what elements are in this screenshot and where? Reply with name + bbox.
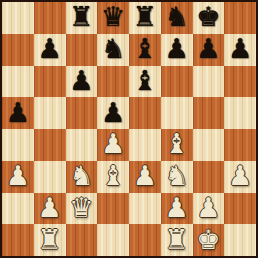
white-pawn-icon[interactable]: ♟ [165, 194, 189, 221]
square-f6[interactable] [161, 66, 193, 98]
square-h5[interactable] [224, 97, 256, 129]
square-b7[interactable]: ♟ [34, 34, 66, 66]
black-pawn-icon[interactable]: ♟ [69, 67, 93, 94]
square-d8[interactable]: ♛ [97, 2, 129, 34]
square-c5[interactable] [66, 97, 98, 129]
black-pawn-icon[interactable]: ♟ [38, 35, 62, 62]
white-bishop-icon[interactable]: ♝ [101, 162, 125, 189]
square-a5[interactable]: ♟ [2, 97, 34, 129]
square-d3[interactable]: ♝ [97, 161, 129, 193]
black-bishop-icon[interactable]: ♝ [133, 35, 157, 62]
square-g2[interactable]: ♟ [193, 193, 225, 225]
square-b5[interactable] [34, 97, 66, 129]
square-h8[interactable] [224, 2, 256, 34]
square-g7[interactable]: ♟ [193, 34, 225, 66]
square-e4[interactable] [129, 129, 161, 161]
square-e7[interactable]: ♝ [129, 34, 161, 66]
square-b4[interactable] [34, 129, 66, 161]
square-g6[interactable] [193, 66, 225, 98]
square-b8[interactable] [34, 2, 66, 34]
square-b1[interactable]: ♜ [34, 224, 66, 256]
square-c7[interactable] [66, 34, 98, 66]
square-g3[interactable] [193, 161, 225, 193]
square-h2[interactable] [224, 193, 256, 225]
white-queen-icon[interactable]: ♛ [69, 194, 93, 221]
square-f4[interactable]: ♝ [161, 129, 193, 161]
square-c6[interactable]: ♟ [66, 66, 98, 98]
square-e5[interactable] [129, 97, 161, 129]
white-pawn-icon[interactable]: ♟ [101, 130, 125, 157]
black-pawn-icon[interactable]: ♟ [101, 99, 125, 126]
black-queen-icon[interactable]: ♛ [101, 3, 125, 30]
white-knight-icon[interactable]: ♞ [165, 162, 189, 189]
square-g4[interactable] [193, 129, 225, 161]
black-pawn-icon[interactable]: ♟ [196, 35, 220, 62]
square-c2[interactable]: ♛ [66, 193, 98, 225]
square-f2[interactable]: ♟ [161, 193, 193, 225]
white-pawn-icon[interactable]: ♟ [228, 162, 252, 189]
square-a6[interactable] [2, 66, 34, 98]
square-d4[interactable]: ♟ [97, 129, 129, 161]
square-e6[interactable]: ♝ [129, 66, 161, 98]
square-d6[interactable] [97, 66, 129, 98]
square-h3[interactable]: ♟ [224, 161, 256, 193]
black-rook-icon[interactable]: ♜ [69, 3, 93, 30]
black-king-icon[interactable]: ♚ [196, 3, 220, 30]
square-e8[interactable]: ♜ [129, 2, 161, 34]
black-rook-icon[interactable]: ♜ [133, 3, 157, 30]
square-c4[interactable] [66, 129, 98, 161]
square-b6[interactable] [34, 66, 66, 98]
chess-board-frame: ♜♛♜♞♚♟♞♝♟♟♟♟♝♟♟♟♝♟♞♝♟♞♟♟♛♟♟♜♜♚ [0, 0, 258, 258]
square-h4[interactable] [224, 129, 256, 161]
white-rook-icon[interactable]: ♜ [165, 226, 189, 253]
white-knight-icon[interactable]: ♞ [69, 162, 93, 189]
chess-board: ♜♛♜♞♚♟♞♝♟♟♟♟♝♟♟♟♝♟♞♝♟♞♟♟♛♟♟♜♜♚ [2, 2, 256, 256]
black-knight-icon[interactable]: ♞ [101, 35, 125, 62]
square-f8[interactable]: ♞ [161, 2, 193, 34]
square-f5[interactable] [161, 97, 193, 129]
square-a7[interactable] [2, 34, 34, 66]
square-c1[interactable] [66, 224, 98, 256]
square-e1[interactable] [129, 224, 161, 256]
white-rook-icon[interactable]: ♜ [38, 226, 62, 253]
square-d2[interactable] [97, 193, 129, 225]
square-g8[interactable]: ♚ [193, 2, 225, 34]
square-g1[interactable]: ♚ [193, 224, 225, 256]
square-c8[interactable]: ♜ [66, 2, 98, 34]
white-pawn-icon[interactable]: ♟ [6, 162, 30, 189]
square-g5[interactable] [193, 97, 225, 129]
white-king-icon[interactable]: ♚ [196, 226, 220, 253]
square-a8[interactable] [2, 2, 34, 34]
square-e3[interactable]: ♟ [129, 161, 161, 193]
square-b2[interactable]: ♟ [34, 193, 66, 225]
black-pawn-icon[interactable]: ♟ [6, 99, 30, 126]
white-pawn-icon[interactable]: ♟ [38, 194, 62, 221]
square-d7[interactable]: ♞ [97, 34, 129, 66]
square-a1[interactable] [2, 224, 34, 256]
square-f7[interactable]: ♟ [161, 34, 193, 66]
white-pawn-icon[interactable]: ♟ [133, 162, 157, 189]
black-knight-icon[interactable]: ♞ [165, 3, 189, 30]
square-h7[interactable]: ♟ [224, 34, 256, 66]
square-b3[interactable] [34, 161, 66, 193]
square-a3[interactable]: ♟ [2, 161, 34, 193]
black-pawn-icon[interactable]: ♟ [165, 35, 189, 62]
square-f3[interactable]: ♞ [161, 161, 193, 193]
square-a2[interactable] [2, 193, 34, 225]
square-d5[interactable]: ♟ [97, 97, 129, 129]
square-d1[interactable] [97, 224, 129, 256]
black-pawn-icon[interactable]: ♟ [228, 35, 252, 62]
square-h1[interactable] [224, 224, 256, 256]
black-bishop-icon[interactable]: ♝ [133, 67, 157, 94]
white-pawn-icon[interactable]: ♟ [196, 194, 220, 221]
square-e2[interactable] [129, 193, 161, 225]
square-f1[interactable]: ♜ [161, 224, 193, 256]
square-h6[interactable] [224, 66, 256, 98]
square-c3[interactable]: ♞ [66, 161, 98, 193]
white-bishop-icon[interactable]: ♝ [165, 130, 189, 157]
square-a4[interactable] [2, 129, 34, 161]
